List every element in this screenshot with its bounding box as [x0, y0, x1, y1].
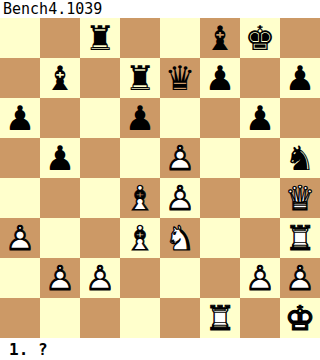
square-e3[interactable]: ♞♘ [160, 218, 200, 258]
square-e2[interactable] [160, 258, 200, 298]
square-e4[interactable]: ♟♙ [160, 178, 200, 218]
square-e1[interactable] [160, 298, 200, 338]
square-b2[interactable]: ♟♙ [40, 258, 80, 298]
square-h2[interactable]: ♟♙ [280, 258, 320, 298]
square-e6[interactable] [160, 98, 200, 138]
square-e8[interactable] [160, 18, 200, 58]
square-a7[interactable] [0, 58, 40, 98]
square-g3[interactable] [240, 218, 280, 258]
square-c1[interactable] [80, 298, 120, 338]
square-a6[interactable]: ♟ [0, 98, 40, 138]
title-bar: Bench4.1039 [0, 0, 320, 18]
piece-glyph-outline: ♖ [280, 218, 320, 258]
piece-white-pawn: ♟♙ [160, 138, 200, 178]
piece-glyph-outline: ♖ [200, 298, 240, 338]
piece-black-pawn: ♟ [0, 98, 40, 138]
piece-black-rook: ♜ [80, 18, 120, 58]
square-a1[interactable] [0, 298, 40, 338]
piece-glyph-outline: ♙ [160, 178, 200, 218]
piece-white-rook: ♜♖ [200, 298, 240, 338]
square-a2[interactable] [0, 258, 40, 298]
square-c3[interactable] [80, 218, 120, 258]
square-c7[interactable] [80, 58, 120, 98]
square-g4[interactable] [240, 178, 280, 218]
square-d1[interactable] [120, 298, 160, 338]
square-d7[interactable]: ♜ [120, 58, 160, 98]
piece-black-pawn: ♟ [200, 58, 240, 98]
square-h3[interactable]: ♜♖ [280, 218, 320, 258]
piece-white-pawn: ♟♙ [0, 218, 40, 258]
piece-black-bishop: ♝ [40, 58, 80, 98]
square-f2[interactable] [200, 258, 240, 298]
square-c4[interactable] [80, 178, 120, 218]
piece-black-pawn: ♟ [40, 138, 80, 178]
square-g7[interactable] [240, 58, 280, 98]
square-b7[interactable]: ♝ [40, 58, 80, 98]
square-g8[interactable]: ♚ [240, 18, 280, 58]
piece-white-queen: ♛♕ [280, 178, 320, 218]
piece-glyph-outline: ♙ [80, 258, 120, 298]
piece-glyph-outline: ♙ [280, 258, 320, 298]
square-b8[interactable] [40, 18, 80, 58]
square-b5[interactable]: ♟ [40, 138, 80, 178]
piece-glyph-outline: ♗ [120, 178, 160, 218]
square-a4[interactable] [0, 178, 40, 218]
square-d6[interactable]: ♟ [120, 98, 160, 138]
piece-black-pawn: ♟ [240, 98, 280, 138]
square-c8[interactable]: ♜ [80, 18, 120, 58]
piece-black-king: ♚ [240, 18, 280, 58]
square-f5[interactable] [200, 138, 240, 178]
square-e5[interactable]: ♟♙ [160, 138, 200, 178]
square-a8[interactable] [0, 18, 40, 58]
square-b6[interactable] [40, 98, 80, 138]
square-h4[interactable]: ♛♕ [280, 178, 320, 218]
piece-white-pawn: ♟♙ [280, 258, 320, 298]
square-a3[interactable]: ♟♙ [0, 218, 40, 258]
square-g1[interactable] [240, 298, 280, 338]
piece-glyph-outline: ♗ [120, 218, 160, 258]
window-title: Bench4.1039 [0, 0, 102, 18]
piece-white-knight: ♞♘ [160, 218, 200, 258]
piece-black-rook: ♜ [120, 58, 160, 98]
piece-black-bishop: ♝ [200, 18, 240, 58]
piece-glyph-outline: ♙ [40, 258, 80, 298]
piece-white-pawn: ♟♙ [40, 258, 80, 298]
square-h7[interactable]: ♟ [280, 58, 320, 98]
square-h1[interactable]: ♚♔ [280, 298, 320, 338]
piece-white-pawn: ♟♙ [80, 258, 120, 298]
square-e7[interactable]: ♛ [160, 58, 200, 98]
piece-white-bishop: ♝♗ [120, 178, 160, 218]
square-h6[interactable] [280, 98, 320, 138]
square-f4[interactable] [200, 178, 240, 218]
square-f6[interactable] [200, 98, 240, 138]
square-h5[interactable]: ♞ [280, 138, 320, 178]
square-d8[interactable] [120, 18, 160, 58]
move-prompt: 1. ? [0, 340, 48, 359]
square-d5[interactable] [120, 138, 160, 178]
piece-white-pawn: ♟♙ [160, 178, 200, 218]
piece-white-pawn: ♟♙ [240, 258, 280, 298]
status-bar: 1. ? [0, 338, 320, 360]
square-f3[interactable] [200, 218, 240, 258]
square-g2[interactable]: ♟♙ [240, 258, 280, 298]
square-d3[interactable]: ♝♗ [120, 218, 160, 258]
square-f8[interactable]: ♝ [200, 18, 240, 58]
piece-black-pawn: ♟ [280, 58, 320, 98]
square-b1[interactable] [40, 298, 80, 338]
square-a5[interactable] [0, 138, 40, 178]
piece-white-bishop: ♝♗ [120, 218, 160, 258]
square-b4[interactable] [40, 178, 80, 218]
square-f1[interactable]: ♜♖ [200, 298, 240, 338]
piece-black-pawn: ♟ [120, 98, 160, 138]
square-c5[interactable] [80, 138, 120, 178]
piece-glyph-outline: ♘ [160, 218, 200, 258]
piece-black-knight: ♞ [280, 138, 320, 178]
piece-black-queen: ♛ [160, 58, 200, 98]
piece-white-rook: ♜♖ [280, 218, 320, 258]
square-b3[interactable] [40, 218, 80, 258]
square-c2[interactable]: ♟♙ [80, 258, 120, 298]
piece-glyph-outline: ♔ [280, 298, 320, 338]
square-g5[interactable] [240, 138, 280, 178]
piece-glyph-outline: ♙ [0, 218, 40, 258]
piece-glyph-outline: ♙ [160, 138, 200, 178]
piece-glyph-outline: ♙ [240, 258, 280, 298]
piece-glyph-outline: ♕ [280, 178, 320, 218]
square-d4[interactable]: ♝♗ [120, 178, 160, 218]
piece-white-king: ♚♔ [280, 298, 320, 338]
chess-app-window: Bench4.1039 ♜♝♚♝♜♛♟♟♟♟♟♟♟♙♞♝♗♟♙♛♕♟♙♝♗♞♘♜… [0, 0, 320, 360]
square-f7[interactable]: ♟ [200, 58, 240, 98]
square-g6[interactable]: ♟ [240, 98, 280, 138]
chess-board: ♜♝♚♝♜♛♟♟♟♟♟♟♟♙♞♝♗♟♙♛♕♟♙♝♗♞♘♜♖♟♙♟♙♟♙♟♙♜♖♚… [0, 18, 320, 338]
square-c6[interactable] [80, 98, 120, 138]
square-d2[interactable] [120, 258, 160, 298]
square-h8[interactable] [280, 18, 320, 58]
